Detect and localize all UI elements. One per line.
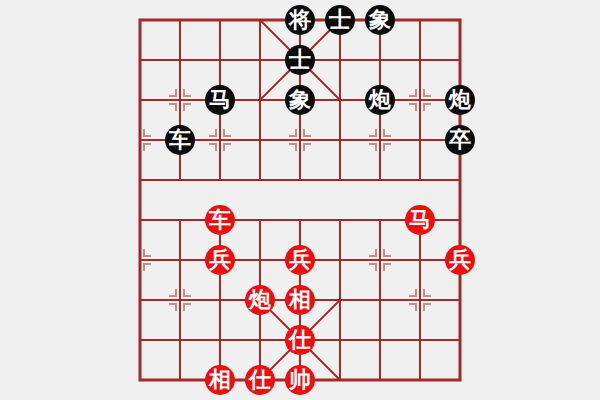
piece-red-horse[interactable]: 马 xyxy=(405,205,435,235)
piece-red-elephant[interactable]: 相 xyxy=(285,285,315,315)
piece-black-elephant[interactable]: 象 xyxy=(365,5,395,35)
piece-black-advisor[interactable]: 士 xyxy=(285,45,315,75)
piece-red-cannon[interactable]: 炮 xyxy=(245,285,275,315)
piece-black-cannon[interactable]: 炮 xyxy=(365,85,395,115)
piece-black-elephant[interactable]: 象 xyxy=(285,85,315,115)
piece-black-cannon[interactable]: 炮 xyxy=(445,85,475,115)
piece-red-elephant[interactable]: 相 xyxy=(205,365,235,395)
piece-black-soldier[interactable]: 卒 xyxy=(445,125,475,155)
piece-black-chariot[interactable]: 车 xyxy=(165,125,195,155)
piece-red-soldier[interactable]: 兵 xyxy=(205,245,235,275)
piece-black-general[interactable]: 将 xyxy=(285,5,315,35)
piece-black-advisor[interactable]: 士 xyxy=(325,5,355,35)
piece-red-chariot[interactable]: 车 xyxy=(205,205,235,235)
piece-black-horse[interactable]: 马 xyxy=(205,85,235,115)
piece-red-advisor[interactable]: 仕 xyxy=(285,325,315,355)
piece-red-general[interactable]: 帅 xyxy=(285,365,315,395)
piece-red-soldier[interactable]: 兵 xyxy=(285,245,315,275)
piece-grid[interactable]: 将士象士马象炮炮车卒车马兵兵兵炮相仕相仕帅 xyxy=(120,0,480,400)
piece-red-advisor[interactable]: 仕 xyxy=(245,365,275,395)
xiangqi-app: 将士象士马象炮炮车卒车马兵兵兵炮相仕相仕帅 xyxy=(0,0,600,400)
piece-red-soldier[interactable]: 兵 xyxy=(445,245,475,275)
